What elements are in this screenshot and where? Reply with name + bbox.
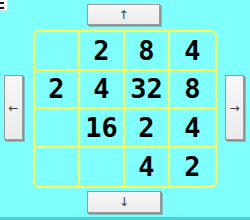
tile-r3c1 xyxy=(35,109,80,148)
tile-r3c3: 2 xyxy=(125,109,170,148)
move-down-button[interactable]: ↓ xyxy=(87,191,161,213)
move-left-button[interactable]: ← xyxy=(4,75,23,140)
tile-r1c1 xyxy=(35,32,80,71)
bottom-edge-strip xyxy=(0,217,250,220)
tile-r1c3: 8 xyxy=(125,32,170,71)
2048-board: 2 8 4 2 4 32 8 16 2 4 4 2 xyxy=(33,30,217,188)
tile-r1c4: 4 xyxy=(170,32,215,71)
tile-r4c1 xyxy=(35,148,80,187)
up-arrow-icon: ↑ xyxy=(118,9,128,21)
tile-r3c2: 16 xyxy=(80,109,125,148)
tile-r3c4: 4 xyxy=(170,109,215,148)
fragment-mark xyxy=(0,7,4,9)
tile-r2c4: 8 xyxy=(170,71,215,110)
clipped-edge-element xyxy=(0,0,8,11)
tile-r1c2: 2 xyxy=(80,32,125,71)
tile-r2c3: 32 xyxy=(125,71,170,110)
right-arrow-icon: → xyxy=(229,102,239,114)
tile-r2c2: 4 xyxy=(80,71,125,110)
move-right-button[interactable]: → xyxy=(225,75,244,140)
left-arrow-icon: ← xyxy=(8,102,18,114)
tile-r2c1: 2 xyxy=(35,71,80,110)
move-up-button[interactable]: ↑ xyxy=(87,4,160,25)
fragment-mark xyxy=(0,2,4,4)
tile-r4c3: 4 xyxy=(125,148,170,187)
down-arrow-icon: ↓ xyxy=(119,196,129,208)
tile-r4c2 xyxy=(80,148,125,187)
tile-r4c4: 2 xyxy=(170,148,215,187)
